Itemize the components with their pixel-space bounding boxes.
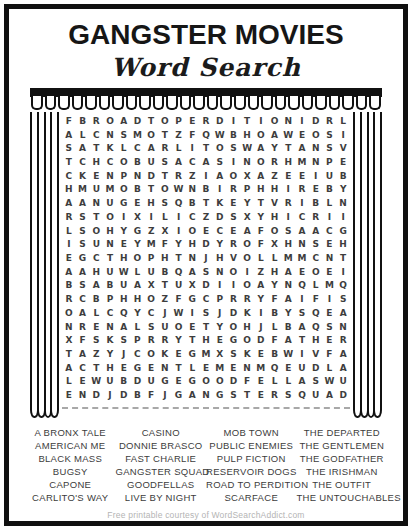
grid-cell: R [62,210,76,224]
grid-cell: E [295,265,309,279]
grid-cell: D [117,388,131,402]
grid-cell: M [144,237,158,251]
grid-cell: U [103,196,117,210]
valance-tab-decoration [342,96,354,110]
word-list-item: DONNIE BRASCO [116,439,207,452]
grid-cell: R [227,237,241,251]
grid-cell: C [144,306,158,320]
grid-cell: E [295,169,309,183]
grid-cell: X [131,210,145,224]
grid-cell: B [323,183,337,197]
grid-cell: A [268,128,282,142]
grid-cell: N [76,388,90,402]
grid-cell: O [227,169,241,183]
grid-cell: C [76,361,90,375]
valance-tab-decoration [153,96,165,110]
grid-cell: H [103,224,117,238]
word-list-item: BLACK MASS [25,452,116,465]
grid-cell: P [323,155,337,169]
grid-cell: Q [172,265,186,279]
grid-cell: C [62,169,76,183]
grid-cell: I [254,114,268,128]
grid-cell: A [254,279,268,293]
grid-cell: M [281,251,295,265]
grid-cell: S [158,196,172,210]
valance-tab-decoration [288,96,300,110]
grid-cell: L [89,306,103,320]
grid-cell: H [103,361,117,375]
grid-cell: M [103,183,117,197]
grid-cell: T [172,251,186,265]
grid-cell: B [131,183,145,197]
grid-cell: U [295,361,309,375]
grid-cell: Y [103,347,117,361]
grid-cell: S [281,224,295,238]
grid-cell: B [117,375,131,389]
curtain-fold-decoration [373,104,382,418]
grid-cell: U [144,265,158,279]
grid-cell: S [76,224,90,238]
valance-tab-decoration [112,96,124,110]
grid-cell: G [185,375,199,389]
grid-cell: I [172,224,186,238]
grid-cell: R [144,333,158,347]
grid-cell: E [62,388,76,402]
grid-cell: R [62,292,76,306]
grid-cell: O [172,320,186,334]
grid-cell: F [268,333,282,347]
grid-cell: A [295,375,309,389]
valance-tab-decoration [234,96,246,110]
grid-cell: R [240,292,254,306]
grid-cell: U [158,320,172,334]
grid-cell: O [240,333,254,347]
grid-cell: Q [295,388,309,402]
grid-cell: O [89,224,103,238]
grid-cell: U [89,183,103,197]
word-list-item: BUGSY [25,465,116,478]
grid-cell: U [309,388,323,402]
grid-cell: N [131,169,145,183]
grid-cell: T [172,361,186,375]
grid-cell: F [158,237,172,251]
grid-cell: Z [89,347,103,361]
grid-cell: H [268,265,282,279]
grid-cell: N [103,237,117,251]
grid-cell: O [117,155,131,169]
grid-cell: T [199,141,213,155]
grid-cell: S [199,306,213,320]
grid-cell: I [309,169,323,183]
grid-cell: K [240,347,254,361]
grid-cell: B [268,347,282,361]
grid-cell: K [213,196,227,210]
grid-cell: E [323,333,337,347]
grid-cell: T [199,320,213,334]
grid-cell: E [172,375,186,389]
grid-cell: A [144,141,158,155]
grid-cell: E [227,361,241,375]
grid-cell: O [240,251,254,265]
grid-cell: X [213,347,227,361]
grid-cell: T [281,141,295,155]
grid-cell: H [131,292,145,306]
grid-cell: N [336,320,350,334]
grid-cell: Z [268,169,282,183]
grid-cell: W [89,375,103,389]
grid-cell: A [76,141,90,155]
curtain-left-decoration [30,104,59,418]
grid-cell: D [227,306,241,320]
grid-cell: I [254,306,268,320]
word-list-item: THE GENTLEMEN [297,439,388,452]
grid-cell: E [295,128,309,142]
grid-cell: I [62,237,76,251]
grid-cell: E [172,347,186,361]
grid-cell: R [323,114,337,128]
grid-cell: V [309,347,323,361]
grid-cell: T [89,361,103,375]
grid-cell: D [89,388,103,402]
grid-cell: A [76,196,90,210]
grid-cell: L [323,361,337,375]
grid-cell: F [172,292,186,306]
grid-cell: D [213,114,227,128]
grid-cell: S [76,210,90,224]
word-list-item: FAST CHARLIE [116,452,207,465]
valance-tab-decoration [261,96,273,110]
grid-cell: T [89,141,103,155]
grid-cell: O [254,155,268,169]
grid-cell: C [76,292,90,306]
grid-cell: B [131,388,145,402]
grid-cell: D [213,210,227,224]
grid-cell: E [323,237,337,251]
valance-tab-decoration [126,96,138,110]
grid-cell: R [158,141,172,155]
grid-cell: A [336,306,350,320]
grid-cell: N [158,361,172,375]
grid-cell: D [254,333,268,347]
grid-cell: R [227,292,241,306]
word-list-item: THE GODFATHER [297,452,388,465]
valance-tab-decoration [31,96,43,110]
grid-cell: J [254,320,268,334]
grid-cell: H [268,183,282,197]
grid-cell: E [199,224,213,238]
valance-tab-decoration [99,96,111,110]
footer-credit: Free printable courtesy of WordSearchAdd… [9,510,403,520]
grid-cell: N [336,196,350,210]
grid-cell: B [268,306,282,320]
grid-cell: E [199,361,213,375]
grid-cell: A [213,169,227,183]
grid-cell: U [103,375,117,389]
grid-cell: A [62,265,76,279]
grid-cell: A [131,279,145,293]
grid-cell: N [309,141,323,155]
grid-cell: I [172,210,186,224]
grid-cell: O [144,128,158,142]
grid-cell: W [172,306,186,320]
grid-cell: S [309,237,323,251]
grid-cell: C [89,128,103,142]
grid-cell: R [158,333,172,347]
grid-cell: Q [268,361,282,375]
grid-cell: R [89,114,103,128]
grid-cell: O [240,279,254,293]
grid-cell: S [62,141,76,155]
grid-cell: G [185,292,199,306]
grid-cell: I [281,210,295,224]
grid-cell: G [76,251,90,265]
grid-cell: Z [158,292,172,306]
word-list-item: SCARFACE [206,491,297,504]
grid-cell: C [76,155,90,169]
grid-cell: F [254,224,268,238]
grid-cell: B [103,279,117,293]
grid-cell: J [103,388,117,402]
grid-cell: S [89,333,103,347]
grid-cell: O [158,114,172,128]
grid-cell: T [240,114,254,128]
grid-cell: I [185,141,199,155]
grid-cell: F [62,114,76,128]
grid-cell: T [144,183,158,197]
word-list-item: PULP FICTION [206,452,297,465]
valance-tab-decoration [85,96,97,110]
grid-cell: S [309,375,323,389]
poster-border: GANGSTER MOVIES Word Search FBROADTOPERD… [4,4,408,526]
word-list-item: CAPONE [25,478,116,491]
grid-cell: A [117,114,131,128]
grid-cell: I [295,196,309,210]
grid-cell: E [185,114,199,128]
grid-cell: Y [213,237,227,251]
grid-cell: A [254,141,268,155]
grid-cell: A [62,196,76,210]
grid-cell: T [295,333,309,347]
grid-cell: O [268,114,282,128]
grid-cell: R [295,183,309,197]
word-list-item: GANGSTER SQUAD [116,465,207,478]
grid-cell: V [268,196,282,210]
page-title: GANGSTER MOVIES [9,20,403,50]
grid-cell: C [309,251,323,265]
grid-cell: R [268,155,282,169]
grid-cell: K [103,141,117,155]
grid-cell: T [158,279,172,293]
grid-cell: S [213,155,227,169]
grid-cell: H [268,210,282,224]
grid-cell: E [281,361,295,375]
grid-cell: G [172,388,186,402]
grid-cell: R [309,210,323,224]
grid-cell: I [323,292,337,306]
valance-tab-decoration [302,96,314,110]
grid-cell: A [89,279,103,293]
grid-cell: C [185,210,199,224]
grid-cell: E [62,251,76,265]
grid-cell: S [158,155,172,169]
grid-cell: N [103,169,117,183]
grid-cell: Z [199,210,213,224]
valance-tab-decoration [139,96,151,110]
letter-grid: FBROADTOPERDITIONIDRLALCNSMOTZFQWBHOAWEO… [62,114,350,402]
grid-cell: M [295,155,309,169]
grid-cell: T [158,128,172,142]
grid-cell: T [240,388,254,402]
grid-cell: S [227,210,241,224]
grid-cell: U [144,155,158,169]
grid-cell: X [144,279,158,293]
grid-cell: H [281,237,295,251]
grid-cell: F [268,292,282,306]
grid-cell: I [336,128,350,142]
word-list-item: RESERVOIR DOGS [206,465,297,478]
grid-cell: H [89,155,103,169]
grid-cell: O [117,183,131,197]
valance-tab-decoration [220,96,232,110]
grid-cell: D [199,279,213,293]
grid-cell: Z [172,128,186,142]
grid-cell: Y [254,292,268,306]
grid-cell: E [76,375,90,389]
grid-cell: E [144,361,158,375]
grid-cell: K [76,169,90,183]
grid-cell: I [213,279,227,293]
grid-cell: X [240,169,254,183]
grid-cell: X [240,210,254,224]
grid-cell: H [158,251,172,265]
grid-cell: Q [336,279,350,293]
grid-cell: G [213,388,227,402]
grid-cell: A [117,320,131,334]
grid-cell: U [89,237,103,251]
grid-cell: T [336,251,350,265]
grid-cell: L [323,196,337,210]
grid-cell: X [268,237,282,251]
grid-cell: B [336,169,350,183]
grid-cell: G [158,375,172,389]
grid-cell: J [213,306,227,320]
valance-tab-decoration [329,96,341,110]
grid-cell: L [131,320,145,334]
grid-cell: O [254,128,268,142]
grid-cell: E [323,265,337,279]
grid-cell: H [240,320,254,334]
grid-cell: C [185,155,199,169]
grid-cell: Q [309,306,323,320]
grid-cell: I [185,306,199,320]
grid-cell: W [172,183,186,197]
grid-cell: R [336,333,350,347]
grid-cell: E [89,169,103,183]
grid-cell: S [227,347,241,361]
grid-cell: I [295,292,309,306]
grid-cell: N [103,128,117,142]
grid-cell: O [240,237,254,251]
grid-cell: N [281,114,295,128]
grid-cell: T [254,196,268,210]
grid-cell: B [309,196,323,210]
grid-cell: Y [172,333,186,347]
grid-cell: A [76,347,90,361]
grid-cell: U [172,279,186,293]
word-column-2: CASINODONNIE BRASCOFAST CHARLIEGANGSTER … [116,426,207,504]
grid-cell: D [309,361,323,375]
grid-cell: Y [281,306,295,320]
grid-cell: C [103,306,117,320]
grid-cell: J [117,347,131,361]
grid-cell: I [295,347,309,361]
grid-cell: L [268,251,282,265]
grid-cell: L [268,375,282,389]
grid-cell: O [227,320,241,334]
grid-cell: Q [172,196,186,210]
grid-cell: F [254,237,268,251]
grid-cell: O [131,251,145,265]
grid-cell: O [268,224,282,238]
grid-cell: J [158,306,172,320]
valance-tab-decoration [166,96,178,110]
dashed-divider [62,407,350,409]
grid-cell: N [240,361,254,375]
grid-cell: H [117,292,131,306]
grid-cell: U [323,169,337,183]
grid-cell: T [144,114,158,128]
grid-cell: Q [295,279,309,293]
grid-cell: Y [172,237,186,251]
grid-cell: O [199,375,213,389]
grid-cell: E [117,237,131,251]
grid-cell: K [158,347,172,361]
valance-tab-decoration [72,96,84,110]
grid-cell: C [131,141,145,155]
curtain-right-decoration [353,104,382,418]
subtitle: Word Search [9,52,403,84]
grid-cell: A [295,224,309,238]
grid-cell: N [185,183,199,197]
grid-cell: S [144,320,158,334]
grid-cell: B [131,155,145,169]
grid-cell: G [185,347,199,361]
grid-cell: D [131,375,145,389]
grid-cell: E [281,169,295,183]
grid-cell: T [89,210,103,224]
grid-cell: A [336,347,350,361]
grid-cell: P [131,333,145,347]
grid-cell: Y [268,141,282,155]
grid-cell: Z [185,169,199,183]
grid-cell: C [199,292,213,306]
word-list-item: MOB TOWN [206,426,297,439]
grid-cell: Y [213,320,227,334]
grid-cell: A [309,224,323,238]
word-list-item: LIVE BY NIGHT [116,491,207,504]
grid-cell: S [295,306,309,320]
grid-cell: B [185,196,199,210]
grid-cell: A [76,306,90,320]
grid-cell: N [281,279,295,293]
grid-cell: U [103,265,117,279]
grid-cell: E [323,306,337,320]
grid-cell: A [76,265,90,279]
word-list: A BRONX TALEAMERICAN MEBLACK MASSBUGSYCA… [25,426,387,504]
grid-cell: Y [240,196,254,210]
grid-cell: S [117,333,131,347]
valance-tab-decoration [369,96,381,110]
